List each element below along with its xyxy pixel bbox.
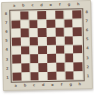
square-b3[interactable] [21,55,30,64]
square-h5[interactable] [73,36,82,45]
square-f6[interactable] [56,28,65,37]
rank-label-right-3: 3 [84,54,92,63]
file-label-bottom-h: h [75,81,84,88]
square-a3[interactable] [12,55,21,64]
square-e5[interactable] [47,37,56,46]
square-e3[interactable] [47,54,56,63]
square-f4[interactable] [56,45,65,54]
rank-label-right-2: 2 [84,63,92,72]
square-a1[interactable] [13,72,22,81]
square-d3[interactable] [39,54,48,63]
square-b4[interactable] [21,46,30,55]
square-b8[interactable] [20,11,29,20]
square-d1[interactable] [39,72,48,81]
square-f7[interactable] [55,19,64,28]
square-b5[interactable] [21,37,30,46]
square-f1[interactable] [56,72,65,81]
square-a7[interactable] [12,20,21,29]
square-c1[interactable] [30,72,39,81]
square-a4[interactable] [12,46,21,55]
rank-label-right-5: 5 [83,36,91,45]
square-f5[interactable] [56,37,65,46]
square-f2[interactable] [56,63,65,72]
square-f8[interactable] [55,11,64,20]
square-h6[interactable] [73,28,82,37]
square-c4[interactable] [30,46,39,55]
file-label-bottom-a: a [11,83,20,90]
square-h7[interactable] [73,19,82,28]
square-g3[interactable] [65,54,74,63]
rank-label-right-8: 8 [83,8,91,17]
square-h2[interactable] [74,62,83,71]
square-a5[interactable] [12,38,21,47]
square-g5[interactable] [64,37,73,46]
square-e6[interactable] [47,28,56,37]
square-h3[interactable] [73,54,82,63]
rank-labels-right: 87654321 [83,8,92,81]
square-d8[interactable] [38,11,47,20]
square-d2[interactable] [39,63,48,72]
square-a8[interactable] [12,11,21,20]
chessboard: abcdefgh abcdefgh 87654321 87654321 [1,0,93,91]
square-b7[interactable] [20,20,29,29]
square-g6[interactable] [64,28,73,37]
square-g7[interactable] [64,19,73,28]
file-label-bottom-e: e [48,82,57,89]
square-h1[interactable] [74,71,83,80]
square-e1[interactable] [48,72,57,81]
file-label-bottom-d: d [39,82,48,89]
board-frame [10,8,85,83]
file-label-bottom-c: c [29,82,38,89]
square-g4[interactable] [65,45,74,54]
square-b6[interactable] [21,29,30,38]
square-g8[interactable] [64,10,73,19]
rank-label-right-1: 1 [84,72,92,81]
square-e2[interactable] [48,63,57,72]
square-b1[interactable] [22,72,31,81]
square-e7[interactable] [47,19,56,28]
rank-label-right-4: 4 [84,45,92,54]
square-e4[interactable] [47,46,56,55]
square-d4[interactable] [38,46,47,55]
rank-label-right-7: 7 [83,17,91,26]
photo-background: abcdefgh abcdefgh 87654321 87654321 [0,0,94,96]
square-b2[interactable] [21,64,30,73]
file-label-bottom-b: b [20,83,29,90]
square-d5[interactable] [38,37,47,46]
square-c5[interactable] [30,37,39,46]
square-g1[interactable] [65,71,74,80]
square-c7[interactable] [29,20,38,29]
square-a6[interactable] [12,29,21,38]
square-h4[interactable] [73,45,82,54]
board-grid [12,10,83,81]
square-d7[interactable] [38,20,47,29]
square-g2[interactable] [65,63,74,72]
rank-label-right-6: 6 [83,26,91,35]
square-d6[interactable] [38,28,47,37]
square-c8[interactable] [29,11,38,20]
file-label-bottom-g: g [66,82,75,89]
square-a2[interactable] [13,64,22,73]
square-c2[interactable] [30,63,39,72]
square-c6[interactable] [29,29,38,38]
square-f3[interactable] [56,54,65,63]
square-h8[interactable] [73,10,82,19]
file-label-bottom-f: f [57,82,66,89]
square-e8[interactable] [46,11,55,20]
square-c3[interactable] [30,55,39,64]
